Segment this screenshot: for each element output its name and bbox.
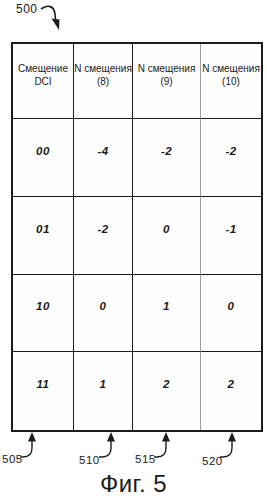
header-line: N смещения xyxy=(74,62,132,75)
table-cell: 2 xyxy=(133,352,201,430)
header-line: Смещение xyxy=(18,62,68,75)
table-cell-offset: 01 xyxy=(13,197,74,275)
dci-offset-table: Смещение DCI N смещения (8) N смещения (… xyxy=(11,42,263,432)
figure-5-diagram: 500 Смещение DCI N смещения (8) N смещен… xyxy=(0,0,267,499)
callout-label-515: 515 xyxy=(135,453,156,465)
callout-label-505: 505 xyxy=(2,453,23,465)
header-line: (9) xyxy=(160,75,172,88)
table-cell: -4 xyxy=(74,119,133,197)
table-cell: -2 xyxy=(201,119,261,197)
table-cell: -2 xyxy=(74,197,133,275)
header-line: (8) xyxy=(97,75,109,88)
table-cell-offset: 10 xyxy=(13,275,74,352)
callout-label-520: 520 xyxy=(202,455,223,467)
table-cell-offset: 11 xyxy=(13,352,74,430)
header-n-offset-8: N смещения (8) xyxy=(74,44,133,119)
table-cell: 1 xyxy=(133,275,201,352)
table-cell: -1 xyxy=(201,197,261,275)
header-line: (10) xyxy=(222,75,240,88)
header-line: DCI xyxy=(34,75,51,88)
figure-ref-arrow-icon xyxy=(40,3,66,35)
table-cell: 1 xyxy=(74,352,133,430)
header-n-offset-9: N смещения (9) xyxy=(133,44,201,119)
table-cell-offset: 00 xyxy=(13,119,74,197)
table-cell: 0 xyxy=(133,197,201,275)
figure-ref-label: 500 xyxy=(16,2,38,16)
table-cell: -2 xyxy=(133,119,201,197)
header-line: N смещения xyxy=(138,62,196,75)
callout-arrow-icon xyxy=(97,432,123,462)
header-line: N смещения xyxy=(202,62,260,75)
callout-label-510: 510 xyxy=(79,454,100,466)
table-cell: 2 xyxy=(201,352,261,430)
callout-arrow-icon xyxy=(152,432,178,462)
table-cell: 0 xyxy=(74,275,133,352)
table-cell: 0 xyxy=(201,275,261,352)
header-offset-dci: Смещение DCI xyxy=(13,44,74,119)
header-n-offset-10: N смещения (10) xyxy=(201,44,261,119)
figure-caption: Фиг. 5 xyxy=(0,470,267,498)
